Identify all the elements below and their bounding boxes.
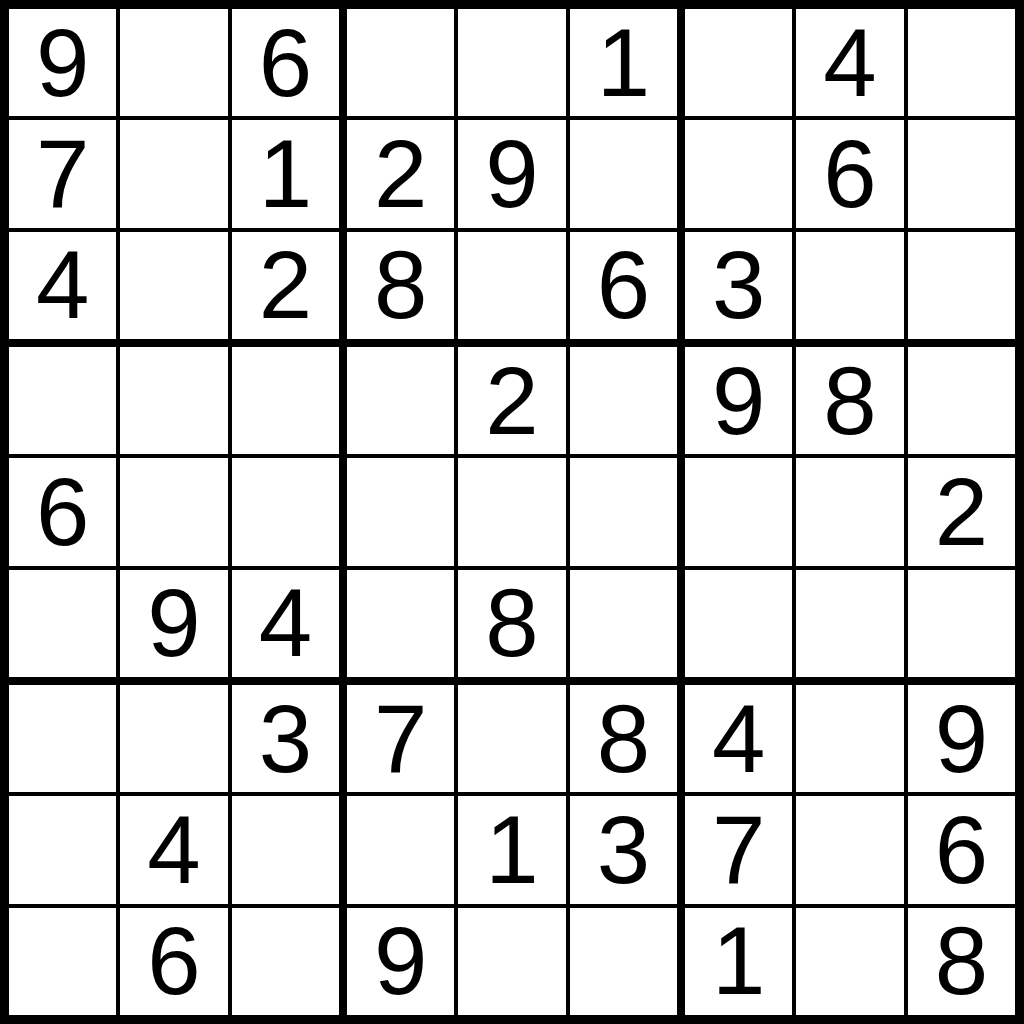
cell-r8c4[interactable] [345, 794, 456, 905]
cell-r3c9[interactable] [906, 230, 1017, 341]
cell-r6c7[interactable] [683, 568, 794, 679]
cell-r6c4[interactable] [345, 568, 456, 679]
cell-r4c4[interactable] [345, 345, 456, 456]
cell-r9c5[interactable] [456, 906, 567, 1017]
cell-r3c8[interactable] [794, 230, 905, 341]
cell-r7c6[interactable]: 8 [568, 683, 679, 794]
box-3-3: 497618 [681, 681, 1019, 1019]
cell-r2c7[interactable] [683, 118, 794, 229]
cell-r7c8[interactable] [794, 683, 905, 794]
cell-r7c5[interactable] [456, 683, 567, 794]
box-1-1: 967142 [5, 5, 343, 343]
cell-r4c6[interactable] [568, 345, 679, 456]
cell-r2c4[interactable]: 2 [345, 118, 456, 229]
cell-r8c9[interactable]: 6 [906, 794, 1017, 905]
cell-r5c9[interactable]: 2 [906, 456, 1017, 567]
cell-r2c6[interactable] [568, 118, 679, 229]
cell-r9c9[interactable]: 8 [906, 906, 1017, 1017]
cell-r7c2[interactable] [118, 683, 229, 794]
cell-r4c7[interactable]: 9 [683, 345, 794, 456]
cell-r9c1[interactable] [7, 906, 118, 1017]
cell-r9c7[interactable]: 1 [683, 906, 794, 1017]
cell-r7c1[interactable] [7, 683, 118, 794]
cell-r1c1[interactable]: 9 [7, 7, 118, 118]
cell-r7c7[interactable]: 4 [683, 683, 794, 794]
cell-r9c3[interactable] [230, 906, 341, 1017]
box-1-3: 463 [681, 5, 1019, 343]
cell-r2c9[interactable] [906, 118, 1017, 229]
cell-r5c5[interactable] [456, 456, 567, 567]
cell-r3c1[interactable]: 4 [7, 230, 118, 341]
cell-r8c5[interactable]: 1 [456, 794, 567, 905]
cell-r4c5[interactable]: 2 [456, 345, 567, 456]
cell-r3c6[interactable]: 6 [568, 230, 679, 341]
cell-r8c8[interactable] [794, 794, 905, 905]
cell-r8c1[interactable] [7, 794, 118, 905]
cell-r4c1[interactable] [7, 345, 118, 456]
cell-r8c6[interactable]: 3 [568, 794, 679, 905]
cell-r5c3[interactable] [230, 456, 341, 567]
cell-r7c4[interactable]: 7 [345, 683, 456, 794]
cell-r7c3[interactable]: 3 [230, 683, 341, 794]
cell-r5c8[interactable] [794, 456, 905, 567]
box-2-2: 28 [343, 343, 681, 681]
cell-r1c3[interactable]: 6 [230, 7, 341, 118]
cell-r2c8[interactable]: 6 [794, 118, 905, 229]
box-2-3: 982 [681, 343, 1019, 681]
cell-r1c6[interactable]: 1 [568, 7, 679, 118]
cell-r4c2[interactable] [118, 345, 229, 456]
cell-r7c9[interactable]: 9 [906, 683, 1017, 794]
cell-r1c8[interactable]: 4 [794, 7, 905, 118]
cell-r8c3[interactable] [230, 794, 341, 905]
cell-r6c5[interactable]: 8 [456, 568, 567, 679]
box-3-2: 78139 [343, 681, 681, 1019]
cell-r2c1[interactable]: 7 [7, 118, 118, 229]
cell-r1c9[interactable] [906, 7, 1017, 118]
box-2-1: 694 [5, 343, 343, 681]
cell-r5c2[interactable] [118, 456, 229, 567]
cell-r6c9[interactable] [906, 568, 1017, 679]
cell-r6c6[interactable] [568, 568, 679, 679]
cell-r1c2[interactable] [118, 7, 229, 118]
box-1-2: 12986 [343, 5, 681, 343]
cell-r5c6[interactable] [568, 456, 679, 567]
cell-r8c2[interactable]: 4 [118, 794, 229, 905]
cell-r3c4[interactable]: 8 [345, 230, 456, 341]
cell-r5c1[interactable]: 6 [7, 456, 118, 567]
cell-r2c5[interactable]: 9 [456, 118, 567, 229]
cell-r4c9[interactable] [906, 345, 1017, 456]
cell-r4c8[interactable]: 8 [794, 345, 905, 456]
cell-r8c7[interactable]: 7 [683, 794, 794, 905]
cell-r6c3[interactable]: 4 [230, 568, 341, 679]
cell-r2c3[interactable]: 1 [230, 118, 341, 229]
cell-r2c2[interactable] [118, 118, 229, 229]
cell-r3c5[interactable] [456, 230, 567, 341]
cell-r3c3[interactable]: 2 [230, 230, 341, 341]
cell-r4c3[interactable] [230, 345, 341, 456]
cell-r3c2[interactable] [118, 230, 229, 341]
cell-r9c2[interactable]: 6 [118, 906, 229, 1017]
cell-r6c2[interactable]: 9 [118, 568, 229, 679]
cell-r6c1[interactable] [7, 568, 118, 679]
cell-r9c8[interactable] [794, 906, 905, 1017]
box-3-1: 346 [5, 681, 343, 1019]
sudoku-board: 967142129864636942898234678139497618 [0, 0, 1024, 1024]
cell-r9c4[interactable]: 9 [345, 906, 456, 1017]
cell-r9c6[interactable] [568, 906, 679, 1017]
cell-r1c5[interactable] [456, 7, 567, 118]
cell-r5c4[interactable] [345, 456, 456, 567]
cell-r6c8[interactable] [794, 568, 905, 679]
cell-r5c7[interactable] [683, 456, 794, 567]
cell-r3c7[interactable]: 3 [683, 230, 794, 341]
cell-r1c4[interactable] [345, 7, 456, 118]
cell-r1c7[interactable] [683, 7, 794, 118]
